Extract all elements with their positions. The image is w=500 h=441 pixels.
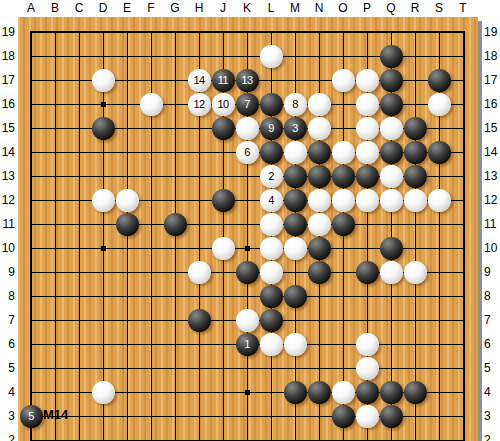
stone-black-R4 [404,381,427,404]
column-label-E: E [115,1,139,15]
row-label-left-10: 10 [0,236,15,260]
row-label-left-17: 17 [0,68,15,92]
row-label-right-17: 17 [484,68,500,92]
stone-black-M15: 3 [284,117,307,140]
stone-white-N11 [308,213,331,236]
stone-white-O17 [332,69,355,92]
stone-white-H17: 14 [188,69,211,92]
stone-black-L14 [260,141,283,164]
stone-white-L9 [260,261,283,284]
move-number-M16: 8 [284,93,307,116]
stone-black-O13 [332,165,355,188]
move-number-J16: 10 [212,93,235,116]
stone-white-H9 [188,261,211,284]
row-label-right-2: 2 [484,428,500,441]
stone-white-L18 [260,45,283,68]
column-label-P: P [355,1,379,15]
stone-white-O14 [332,141,355,164]
stone-white-M6 [284,333,307,356]
stone-white-D12 [92,189,115,212]
column-label-J: J [211,1,235,15]
stone-black-M8 [284,285,307,308]
stone-black-M11 [284,213,307,236]
stone-black-K16: 7 [236,93,259,116]
stone-white-L10 [260,237,283,260]
column-label-L: L [259,1,283,15]
stone-black-L8 [260,285,283,308]
stone-black-L15: 9 [260,117,283,140]
stone-black-Q10 [380,237,403,260]
stone-black-J12 [212,189,235,212]
move-number-K6: 1 [236,333,259,356]
stone-white-P16 [356,93,379,116]
stone-white-K7 [236,309,259,332]
row-label-right-3: 3 [484,404,500,428]
move-number-L12: 4 [260,189,283,212]
column-label-C: C [67,1,91,15]
column-label-B: B [43,1,67,15]
stone-white-D4 [92,381,115,404]
stone-black-Q4 [380,381,403,404]
stone-white-P12 [356,189,379,212]
row-label-right-12: 12 [484,188,500,212]
stone-black-G11 [164,213,187,236]
stone-black-L16 [260,93,283,116]
column-label-M: M [283,1,307,15]
stone-black-N4 [308,381,331,404]
row-label-left-11: 11 [0,212,15,236]
move-number-L15: 9 [260,117,283,140]
row-label-left-14: 14 [0,140,15,164]
stone-white-N12 [308,189,331,212]
stone-black-J15 [212,117,235,140]
stone-white-N15 [308,117,331,140]
stone-white-Q13 [380,165,403,188]
stone-white-P14 [356,141,379,164]
stone-white-E12 [116,189,139,212]
row-label-left-2: 2 [0,428,15,441]
stone-white-M16: 8 [284,93,307,116]
column-label-S: S [427,1,451,15]
row-label-right-9: 9 [484,260,500,284]
stone-white-Q12 [380,189,403,212]
column-label-O: O [331,1,355,15]
row-label-right-19: 19 [484,20,500,44]
stone-black-N13 [308,165,331,188]
stone-black-S14 [428,141,451,164]
stone-black-M13 [284,165,307,188]
stone-white-L13: 2 [260,165,283,188]
stone-black-Q17 [380,69,403,92]
row-label-right-15: 15 [484,116,500,140]
stone-white-P17 [356,69,379,92]
stone-black-Q3 [380,405,403,428]
move-number-A3: 5 [20,405,43,428]
stone-white-S16 [428,93,451,116]
column-label-G: G [163,1,187,15]
stone-white-R12 [404,189,427,212]
stone-black-H7 [188,309,211,332]
stone-black-R13 [404,165,427,188]
stone-black-R15 [404,117,427,140]
stone-black-Q16 [380,93,403,116]
stone-black-P4 [356,381,379,404]
move-number-L13: 2 [260,165,283,188]
move-number-J17: 11 [212,69,235,92]
stone-white-R9 [404,261,427,284]
stone-black-N9 [308,261,331,284]
row-label-left-3: 3 [0,404,15,428]
column-label-Q: Q [379,1,403,15]
row-label-right-6: 6 [484,332,500,356]
stone-black-P13 [356,165,379,188]
stone-white-L12: 4 [260,189,283,212]
row-label-left-6: 6 [0,332,15,356]
column-label-K: K [235,1,259,15]
column-label-R: R [403,1,427,15]
row-label-right-10: 10 [484,236,500,260]
go-board[interactable]: 1411131210789362415 [18,17,478,441]
stone-white-N16 [308,93,331,116]
move-number-K16: 7 [236,93,259,116]
move-note-text: M14 [43,407,68,422]
row-label-right-8: 8 [484,284,500,308]
move-note: M14 [43,408,68,422]
column-label-N: N [307,1,331,15]
row-label-left-5: 5 [0,356,15,380]
row-label-right-11: 11 [484,212,500,236]
stone-white-M14 [284,141,307,164]
column-label-T: T [451,1,475,15]
row-label-right-14: 14 [484,140,500,164]
stone-white-M10 [284,237,307,260]
stone-white-J16: 10 [212,93,235,116]
stone-black-K6: 1 [236,333,259,356]
stone-white-S12 [428,189,451,212]
stone-black-A3: 5 [20,405,43,428]
row-label-left-18: 18 [0,44,15,68]
stone-white-J10 [212,237,235,260]
stone-white-F16 [140,93,163,116]
row-label-right-18: 18 [484,44,500,68]
stone-white-P6 [356,333,379,356]
column-label-A: A [19,1,43,15]
stone-white-H16: 12 [188,93,211,116]
stone-black-N14 [308,141,331,164]
stone-white-Q15 [380,117,403,140]
stone-black-O3 [332,405,355,428]
stone-black-L7 [260,309,283,332]
row-label-left-8: 8 [0,284,15,308]
board-shadow [478,21,482,441]
stone-black-S17 [428,69,451,92]
stone-white-P5 [356,357,379,380]
row-label-left-4: 4 [0,380,15,404]
stone-white-P15 [356,117,379,140]
column-label-D: D [91,1,115,15]
row-label-left-13: 13 [0,164,15,188]
stone-black-N10 [308,237,331,260]
stone-black-K17: 13 [236,69,259,92]
stone-black-R14 [404,141,427,164]
move-number-K17: 13 [236,69,259,92]
move-number-H16: 12 [188,93,211,116]
stone-black-Q18 [380,45,403,68]
stone-white-O12 [332,189,355,212]
stone-white-D17 [92,69,115,92]
stones-grid: 1411131210789362415 [19,20,475,441]
column-label-H: H [187,1,211,15]
stone-white-P3 [356,405,379,428]
stone-black-K9 [236,261,259,284]
stone-white-K15 [236,117,259,140]
row-label-left-19: 19 [0,20,15,44]
move-number-H17: 14 [188,69,211,92]
stone-white-L11 [260,213,283,236]
stone-black-E11 [116,213,139,236]
move-number-K14: 6 [236,141,259,164]
stone-white-Q9 [380,261,403,284]
go-board-viewer: ABCDEFGHJKLMNOPQRST 19181716151413121110… [0,0,500,441]
row-label-left-12: 12 [0,188,15,212]
row-label-right-5: 5 [484,356,500,380]
row-label-right-7: 7 [484,308,500,332]
stone-white-L6 [260,333,283,356]
row-label-left-15: 15 [0,116,15,140]
move-number-M15: 3 [284,117,307,140]
stone-white-O4 [332,381,355,404]
stone-black-J17: 11 [212,69,235,92]
stone-black-M12 [284,189,307,212]
stone-black-Q14 [380,141,403,164]
stone-black-O11 [332,213,355,236]
stone-white-K14: 6 [236,141,259,164]
stone-black-P9 [356,261,379,284]
row-label-right-16: 16 [484,92,500,116]
stone-black-M4 [284,381,307,404]
row-label-left-9: 9 [0,260,15,284]
row-label-right-4: 4 [484,380,500,404]
row-label-left-7: 7 [0,308,15,332]
row-label-left-16: 16 [0,92,15,116]
row-label-right-13: 13 [484,164,500,188]
stone-black-D15 [92,117,115,140]
column-label-F: F [139,1,163,15]
